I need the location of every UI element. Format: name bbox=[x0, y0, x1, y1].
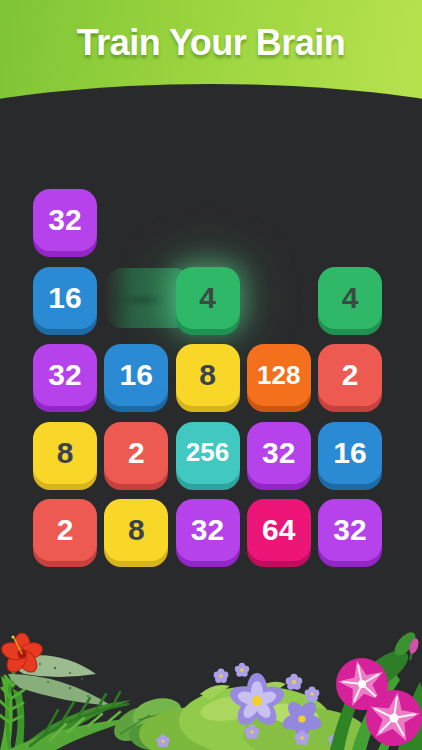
tile-128[interactable]: 128 bbox=[247, 344, 311, 406]
tile-32[interactable]: 32 bbox=[33, 189, 97, 251]
tile-8[interactable]: 8 bbox=[33, 422, 97, 484]
tile-32[interactable]: 32 bbox=[247, 422, 311, 484]
tile-16[interactable]: 16 bbox=[33, 267, 97, 329]
tile-16[interactable]: 16 bbox=[104, 344, 168, 406]
tile-256[interactable]: 256 bbox=[176, 422, 240, 484]
tile-64[interactable]: 64 bbox=[247, 499, 311, 561]
tile-16[interactable]: 16 bbox=[318, 422, 382, 484]
plants-decoration bbox=[0, 624, 422, 750]
game-board: 32164432168128282256321628326432 bbox=[0, 0, 422, 640]
tile-8[interactable]: 8 bbox=[176, 344, 240, 406]
tile-4[interactable]: 4 bbox=[176, 267, 240, 329]
tile-2[interactable]: 2 bbox=[318, 344, 382, 406]
tile-4[interactable]: 4 bbox=[318, 267, 382, 329]
tile-8[interactable]: 8 bbox=[104, 499, 168, 561]
tile-32[interactable]: 32 bbox=[176, 499, 240, 561]
motion-blur-smear bbox=[114, 295, 172, 305]
tile-32[interactable]: 32 bbox=[318, 499, 382, 561]
tile-2[interactable]: 2 bbox=[104, 422, 168, 484]
tile-32[interactable]: 32 bbox=[33, 344, 97, 406]
tile-2[interactable]: 2 bbox=[33, 499, 97, 561]
